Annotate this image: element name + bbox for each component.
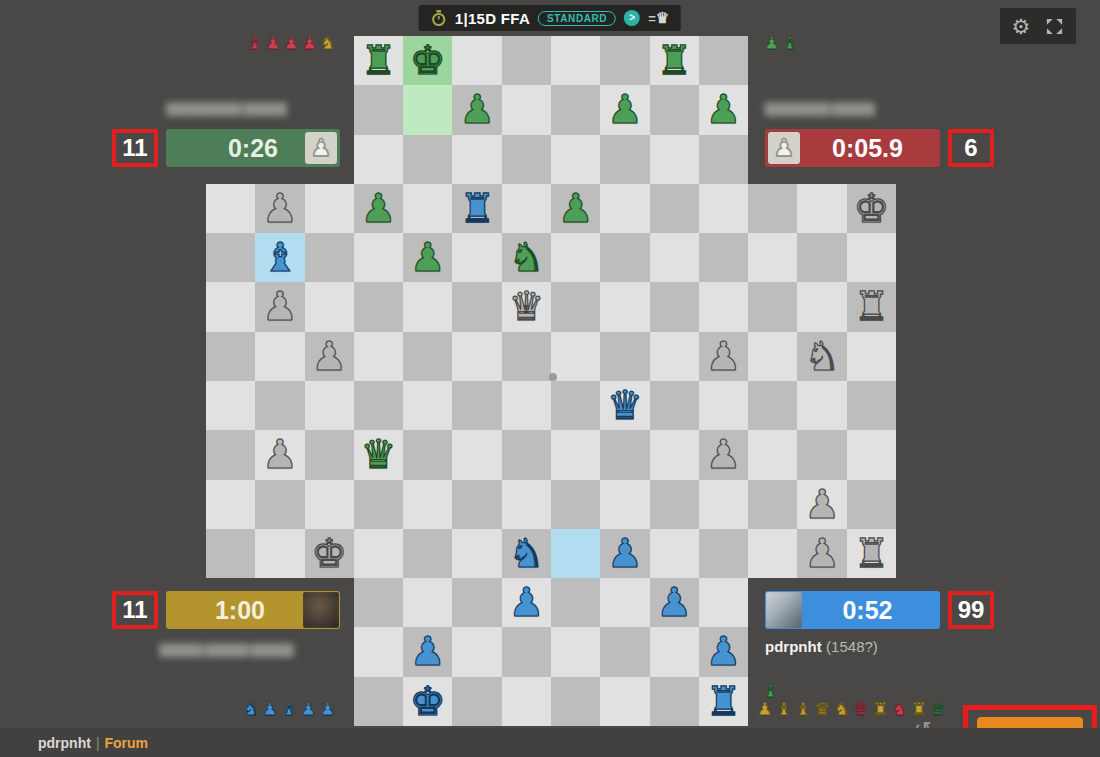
square-r8c0[interactable]: [206, 430, 255, 479]
blue-knight: ♞: [502, 529, 551, 578]
square-r5c3[interactable]: [354, 282, 403, 331]
red-pawn-captured: ♟: [265, 35, 280, 52]
blue-pawn-captured: ♟: [301, 701, 316, 718]
footer-separator: |: [96, 735, 100, 751]
square-r3c4[interactable]: [403, 184, 452, 233]
square-r6c4[interactable]: [403, 332, 452, 381]
square-r8c1[interactable]: ♟: [255, 430, 304, 479]
square-r7c5[interactable]: [452, 381, 501, 430]
square-r3c8[interactable]: [600, 184, 649, 233]
square-r2c4[interactable]: [403, 135, 452, 184]
clock-bottom-right: 0:52: [765, 591, 940, 629]
blue-pawn-captured: ♟: [262, 701, 277, 718]
square-r4c5[interactable]: [452, 233, 501, 282]
green-queen-captured: ♛: [930, 701, 945, 718]
square-r12c8[interactable]: [600, 627, 649, 676]
square-r11c3[interactable]: [354, 578, 403, 627]
green-pawn: ♟: [354, 184, 403, 233]
square-r6c1[interactable]: [255, 332, 304, 381]
square-r2c9[interactable]: [650, 135, 699, 184]
square-r6c3[interactable]: [354, 332, 403, 381]
yellow-knight-captured: ♞: [320, 35, 335, 52]
square-r4c0[interactable]: [206, 233, 255, 282]
square-r9c4[interactable]: [403, 480, 452, 529]
square-r5c12[interactable]: [797, 282, 846, 331]
square-r10c13[interactable]: ♜: [847, 529, 896, 578]
promotion-queen-icon: ♛: [656, 9, 669, 26]
clock-pawn-icon: ♟: [768, 132, 800, 164]
square-r4c6[interactable]: ♞: [502, 233, 551, 282]
square-r2c3[interactable]: [354, 135, 403, 184]
clock-pawn-icon: ♟: [305, 132, 337, 164]
square-r5c11[interactable]: [748, 282, 797, 331]
square-r13c4[interactable]: ♚: [403, 677, 452, 726]
captured-tray-bottom-right-row1: ♝: [763, 683, 778, 700]
square-r6c8[interactable]: [600, 332, 649, 381]
score-bottom-right: 99: [948, 591, 994, 629]
square-r9c13[interactable]: [847, 480, 896, 529]
square-r10c9[interactable]: [650, 529, 699, 578]
square-r7c2[interactable]: [305, 381, 354, 430]
blue-pawn: ♟: [600, 529, 649, 578]
square-r9c5[interactable]: [452, 480, 501, 529]
yellow-rook-captured: ♜: [911, 701, 926, 718]
square-r4c13[interactable]: [847, 233, 896, 282]
blue-king: ♚: [403, 677, 452, 726]
square-r9c6[interactable]: [502, 480, 551, 529]
player-name-top-left: ▆▆▆▆▆▆▆ ▆▆▆▆: [112, 98, 340, 116]
time-control-bar: 1|15D FFA STANDARD > =♛: [419, 5, 681, 31]
score-top-left: 11: [112, 129, 158, 167]
gray-pawn: ♟: [699, 430, 748, 479]
square-r12c6[interactable]: [502, 627, 551, 676]
square-r8c8[interactable]: [600, 430, 649, 479]
mouse-cursor-dot: [549, 373, 557, 381]
blue-knight-captured: ♞: [243, 701, 258, 718]
square-r9c7[interactable]: [551, 480, 600, 529]
yellow-rook-captured: ♜: [873, 701, 888, 718]
gray-rook: ♜: [847, 529, 896, 578]
avatar: [766, 592, 802, 628]
yellow-queen-captured: ♛: [815, 701, 830, 718]
square-r8c6[interactable]: [502, 430, 551, 479]
square-r5c2[interactable]: [305, 282, 354, 331]
next-chevron-icon[interactable]: >: [624, 10, 640, 26]
gray-pawn: ♟: [255, 430, 304, 479]
square-r6c0[interactable]: [206, 332, 255, 381]
square-r7c10[interactable]: [699, 381, 748, 430]
square-r10c3[interactable]: [354, 529, 403, 578]
square-r10c2[interactable]: ♚: [305, 529, 354, 578]
square-r10c8[interactable]: ♟: [600, 529, 649, 578]
player-plate-bottom-left: 11 1:00: [112, 591, 340, 629]
square-r3c7[interactable]: ♟: [551, 184, 600, 233]
gray-knight: ♞: [797, 332, 846, 381]
square-r3c10[interactable]: [699, 184, 748, 233]
green-king: ♚: [403, 36, 452, 85]
green-knight: ♞: [502, 233, 551, 282]
square-r9c8[interactable]: [600, 480, 649, 529]
square-r7c3[interactable]: [354, 381, 403, 430]
square-r9c9[interactable]: [650, 480, 699, 529]
square-r6c11[interactable]: [748, 332, 797, 381]
blue-pawn: ♟: [699, 627, 748, 676]
gray-pawn: ♟: [305, 332, 354, 381]
square-r13c8[interactable]: [600, 677, 649, 726]
square-r8c4[interactable]: [403, 430, 452, 479]
square-r0c8[interactable]: [600, 36, 649, 85]
green-bishop-captured: ♝: [782, 35, 797, 52]
fullscreen-icon[interactable]: [1045, 17, 1064, 36]
square-r4c1-highlighted[interactable]: ♝: [255, 233, 304, 282]
square-r3c3[interactable]: ♟: [354, 184, 403, 233]
footer-bar: pdrpnht | Forum: [0, 728, 1100, 757]
square-r10c10[interactable]: [699, 529, 748, 578]
red-pawn-captured: ♟: [302, 35, 317, 52]
square-r1c9[interactable]: [650, 85, 699, 134]
captured-tray-bottom-right-row2: ♟♝♝♛♞♛♜♞♜♛: [757, 701, 946, 718]
square-r5c6[interactable]: ♛1: [502, 282, 551, 331]
square-r5c7[interactable]: [551, 282, 600, 331]
square-r4c7[interactable]: [551, 233, 600, 282]
square-r9c0[interactable]: [206, 480, 255, 529]
square-r11c9[interactable]: ♟: [650, 578, 699, 627]
square-r7c8[interactable]: ♛: [600, 381, 649, 430]
square-r0c5[interactable]: [452, 36, 501, 85]
time-control-label: 1|15D FFA: [455, 10, 530, 27]
green-queen: ♛: [354, 430, 403, 479]
green-bishop-captured: ♝: [763, 683, 778, 700]
square-r3c13[interactable]: ♚: [847, 184, 896, 233]
gray-pawn: ♟: [797, 529, 846, 578]
red-pawn-captured: ♟: [284, 35, 299, 52]
square-r10c6[interactable]: ♞: [502, 529, 551, 578]
square-r4c9[interactable]: [650, 233, 699, 282]
blue-pawn: ♟: [650, 578, 699, 627]
square-r10c1[interactable]: [255, 529, 304, 578]
square-r7c13[interactable]: [847, 381, 896, 430]
captured-tray-bottom-left: ♞♟♝♟♟: [243, 701, 335, 718]
red-queen-captured: ♛: [853, 701, 868, 718]
square-r8c5[interactable]: [452, 430, 501, 479]
square-r0c6[interactable]: [502, 36, 551, 85]
square-r7c0[interactable]: [206, 381, 255, 430]
square-r0c13: [847, 36, 896, 85]
header-icon-group: ⚙: [1000, 8, 1076, 44]
square-r12c9[interactable]: [650, 627, 699, 676]
square-r10c12[interactable]: ♟: [797, 529, 846, 578]
red-bishop-captured: ♝: [247, 35, 262, 52]
square-r5c13[interactable]: ♜: [847, 282, 896, 331]
square-r12c4[interactable]: ♟: [403, 627, 452, 676]
square-r11c6[interactable]: ♟: [502, 578, 551, 627]
square-r7c4[interactable]: [403, 381, 452, 430]
square-r2c5[interactable]: [452, 135, 501, 184]
square-r7c1[interactable]: [255, 381, 304, 430]
square-r3c11[interactable]: [748, 184, 797, 233]
yellow-pawn-captured: ♟: [757, 701, 772, 718]
green-rook: ♜: [650, 36, 699, 85]
square-r0c4-highlighted[interactable]: ♚: [403, 36, 452, 85]
square-r3c6[interactable]: [502, 184, 551, 233]
square-r8c11[interactable]: [748, 430, 797, 479]
square-r4c12[interactable]: [797, 233, 846, 282]
blue-rook: ♜: [699, 677, 748, 726]
promotion-indicator: =♛: [648, 9, 669, 27]
square-r8c7[interactable]: [551, 430, 600, 479]
gear-icon[interactable]: ⚙: [1012, 16, 1031, 37]
square-r3c12[interactable]: [797, 184, 846, 233]
square-r1c8[interactable]: ♟: [600, 85, 649, 134]
gray-pawn: ♟: [797, 480, 846, 529]
gray-pawn: ♟: [699, 332, 748, 381]
square-r8c3[interactable]: ♛: [354, 430, 403, 479]
square-r6c6[interactable]: [502, 332, 551, 381]
square-r13c10[interactable]: ♜: [699, 677, 748, 726]
square-r1c10[interactable]: ♟: [699, 85, 748, 134]
square-r9c11[interactable]: [748, 480, 797, 529]
square-r5c0[interactable]: [206, 282, 255, 331]
square-r7c7[interactable]: [551, 381, 600, 430]
square-r0c3[interactable]: ♜: [354, 36, 403, 85]
green-pawn: ♟: [551, 184, 600, 233]
square-r13c9[interactable]: [650, 677, 699, 726]
gray-king: ♚: [847, 184, 896, 233]
player-plate-bottom-right: 0:52 99: [765, 591, 994, 629]
square-r0c12: [797, 36, 846, 85]
square-r13c6[interactable]: [502, 677, 551, 726]
square-r13c7[interactable]: [551, 677, 600, 726]
footer-username[interactable]: pdrpnht: [38, 735, 91, 751]
blue-pawn-captured: ♟: [320, 701, 335, 718]
square-r9c3[interactable]: [354, 480, 403, 529]
square-r10c5[interactable]: [452, 529, 501, 578]
square-r8c10[interactable]: ♟: [699, 430, 748, 479]
blue-queen: ♛: [600, 381, 649, 430]
square-r2c6[interactable]: [502, 135, 551, 184]
blue-pawn: ♟: [403, 627, 452, 676]
stopwatch-icon: [431, 10, 447, 27]
square-r1c7[interactable]: [551, 85, 600, 134]
square-r6c13[interactable]: [847, 332, 896, 381]
square-r11c4[interactable]: [403, 578, 452, 627]
piece-count-badge: 1: [524, 304, 530, 315]
square-r8c13[interactable]: [847, 430, 896, 479]
footer-forum-link[interactable]: Forum: [105, 735, 149, 751]
blue-rook: ♜: [452, 184, 501, 233]
blue-bishop: ♝: [255, 233, 304, 282]
avatar: [303, 592, 339, 628]
blue-pawn: ♟: [502, 578, 551, 627]
square-r10c7-highlighted[interactable]: [551, 529, 600, 578]
square-r8c12[interactable]: [797, 430, 846, 479]
score-bottom-left: 11: [112, 591, 158, 629]
square-r4c11[interactable]: [748, 233, 797, 282]
square-r13c5[interactable]: [452, 677, 501, 726]
player-plate-top-right: ♟ 0:05.9 6: [765, 129, 994, 167]
square-r6c2[interactable]: ♟: [305, 332, 354, 381]
square-r4c4[interactable]: ♟: [403, 233, 452, 282]
gray-rook: ♜: [847, 282, 896, 331]
green-pawn: ♟: [452, 85, 501, 134]
square-r5c9[interactable]: [650, 282, 699, 331]
player-plate-top-left: 11 0:26 ♟: [112, 129, 340, 167]
square-r11c8[interactable]: [600, 578, 649, 627]
clock-top-left: 0:26 ♟: [166, 129, 340, 167]
square-r12c7[interactable]: [551, 627, 600, 676]
clock-bottom-left: 1:00: [166, 591, 340, 629]
square-r11c5[interactable]: [452, 578, 501, 627]
player-name-top-right: ▆▆▆▆▆▆ ▆▆▆▆: [765, 98, 965, 116]
square-r5c8[interactable]: [600, 282, 649, 331]
blue-bishop-captured: ♝: [282, 701, 297, 718]
square-r10c4[interactable]: [403, 529, 452, 578]
square-r5c1[interactable]: ♟: [255, 282, 304, 331]
square-r2c10[interactable]: [699, 135, 748, 184]
gray-pawn: ♟: [255, 184, 304, 233]
square-r2c7[interactable]: [551, 135, 600, 184]
clock-top-right: ♟ 0:05.9: [765, 129, 940, 167]
square-r13c3[interactable]: [354, 677, 403, 726]
captured-tray-top-right: ♟♝: [764, 35, 798, 52]
player-name-bottom-right: pdrpnht (1548?): [765, 638, 878, 656]
square-r6c12[interactable]: ♞: [797, 332, 846, 381]
square-r12c3[interactable]: [354, 627, 403, 676]
square-r4c10[interactable]: [699, 233, 748, 282]
square-r0c7[interactable]: [551, 36, 600, 85]
yellow-knight-captured: ♞: [834, 701, 849, 718]
square-r5c5[interactable]: [452, 282, 501, 331]
square-r11c7[interactable]: [551, 578, 600, 627]
square-r2c8[interactable]: [600, 135, 649, 184]
square-r6c7[interactable]: [551, 332, 600, 381]
green-pawn: ♟: [699, 85, 748, 134]
variant-badge: STANDARD: [538, 11, 616, 26]
square-r3c0[interactable]: [206, 184, 255, 233]
square-r5c10[interactable]: [699, 282, 748, 331]
square-r3c9[interactable]: [650, 184, 699, 233]
green-pawn: ♟: [600, 85, 649, 134]
square-r1c6[interactable]: [502, 85, 551, 134]
red-knight-captured: ♞: [892, 701, 907, 718]
square-r4c2[interactable]: [305, 233, 354, 282]
square-r0c9[interactable]: ♜: [650, 36, 699, 85]
green-rook: ♜: [354, 36, 403, 85]
square-r4c3[interactable]: [354, 233, 403, 282]
square-r3c5[interactable]: ♜: [452, 184, 501, 233]
square-r7c11[interactable]: [748, 381, 797, 430]
square-r10c11[interactable]: [748, 529, 797, 578]
gray-king: ♚: [305, 529, 354, 578]
square-r7c6[interactable]: [502, 381, 551, 430]
square-r10c0[interactable]: [206, 529, 255, 578]
square-r9c10[interactable]: [699, 480, 748, 529]
square-r8c2[interactable]: [305, 430, 354, 479]
green-pawn-captured: ♟: [764, 35, 779, 52]
square-r9c2[interactable]: [305, 480, 354, 529]
square-r12c10[interactable]: ♟: [699, 627, 748, 676]
gray-pawn: ♟: [255, 282, 304, 331]
square-r1c3[interactable]: [354, 85, 403, 134]
player-name-bottom-left: ▆▆▆▆ ▆▆▆▆ ▆▆▆▆: [112, 639, 340, 657]
square-r8c9[interactable]: [650, 430, 699, 479]
square-r11c10[interactable]: [699, 578, 748, 627]
square-r7c9[interactable]: [650, 381, 699, 430]
square-r3c2[interactable]: [305, 184, 354, 233]
square-r1c5[interactable]: ♟: [452, 85, 501, 134]
square-r7c12[interactable]: [797, 381, 846, 430]
square-r0c10[interactable]: [699, 36, 748, 85]
square-r5c4[interactable]: [403, 282, 452, 331]
captured-tray-top-left: ♝♟♟♟♞: [247, 35, 335, 52]
square-r9c1[interactable]: [255, 480, 304, 529]
square-r6c9[interactable]: [650, 332, 699, 381]
square-r9c12[interactable]: ♟: [797, 480, 846, 529]
square-r4c8[interactable]: [600, 233, 649, 282]
square-r6c10[interactable]: ♟: [699, 332, 748, 381]
square-r3c1[interactable]: ♟: [255, 184, 304, 233]
score-top-right: 6: [948, 129, 994, 167]
square-r6c5[interactable]: [452, 332, 501, 381]
yellow-bishop-captured: ♝: [796, 701, 811, 718]
yellow-bishop-captured: ♝: [776, 701, 791, 718]
square-r12c5[interactable]: [452, 627, 501, 676]
square-r1c4-highlighted[interactable]: [403, 85, 452, 134]
green-pawn: ♟: [403, 233, 452, 282]
